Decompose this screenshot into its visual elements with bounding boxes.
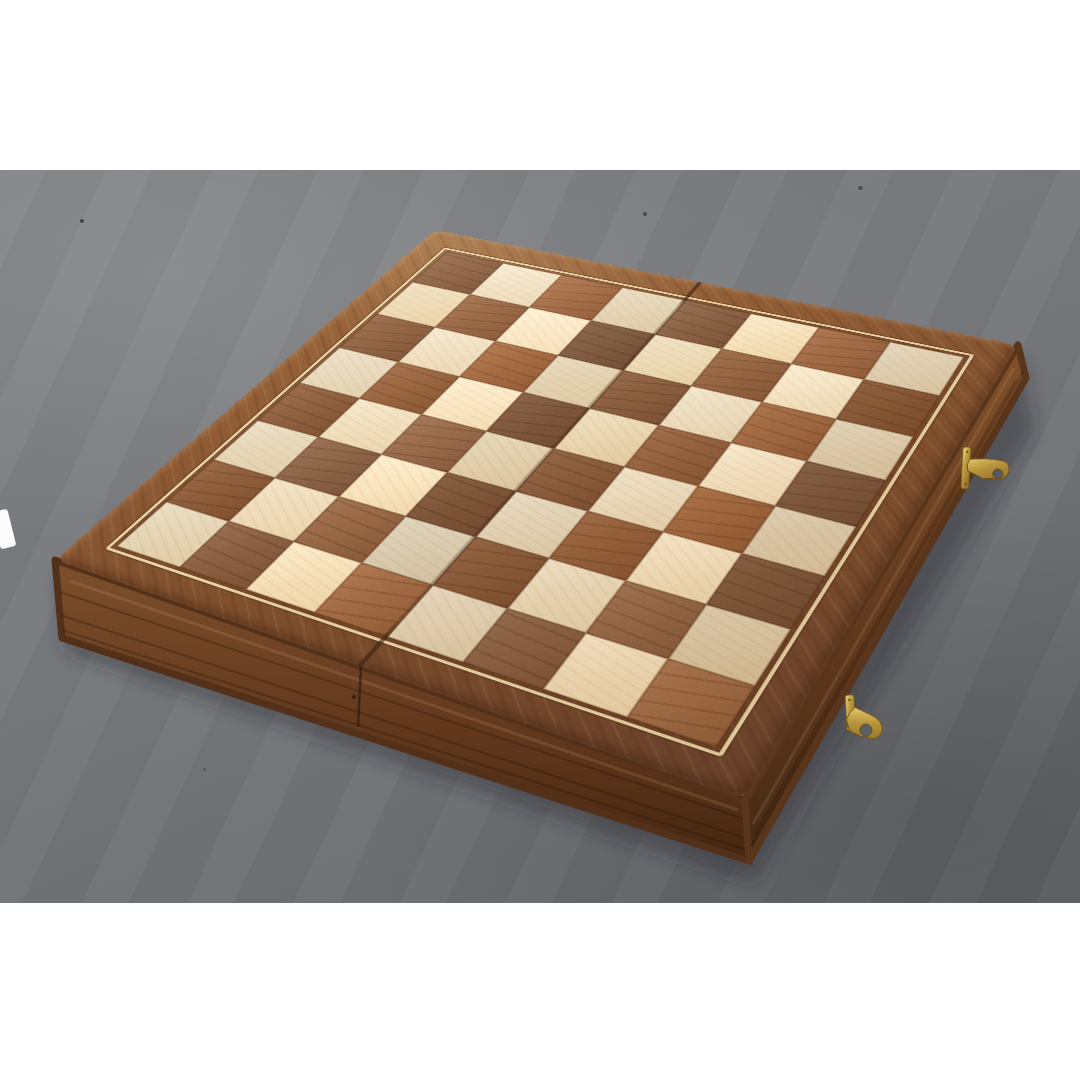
photo-backdrop: [0, 0, 1080, 1080]
hinge-pin: [352, 695, 356, 699]
